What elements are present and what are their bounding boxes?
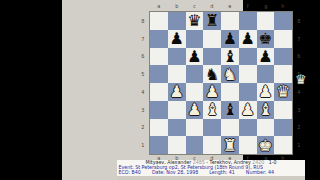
piece-black-bishop[interactable]: ♝ [223, 48, 237, 65]
piece-black-queen[interactable]: ♛ [187, 12, 201, 29]
rank-label-6: 6 [294, 48, 304, 66]
board-panel: abcdefgh 87654321 ♛♜♟♟♟♚♟♝♟♞♞♟♟♟♛♟♝♝♟♝♜♚… [62, 0, 243, 180]
details-line: ECO: B40 Date: Nov 28, 1998 Length: 41 N… [117, 170, 305, 175]
piece-black-rook[interactable]: ♜ [205, 12, 219, 29]
game-date: Date: Nov 28, 1998 [152, 170, 198, 175]
square-h4[interactable]: ♛ [274, 83, 292, 101]
square-h2[interactable] [274, 119, 292, 137]
rank-labels-left: 87654321 [138, 12, 148, 154]
piece-white-pawn[interactable]: ♟ [187, 101, 201, 118]
piece-white-bishop[interactable]: ♝ [258, 101, 272, 118]
square-h1[interactable] [274, 136, 292, 154]
square-e6[interactable]: ♝ [221, 48, 239, 66]
square-d2[interactable] [203, 119, 221, 137]
square-a6[interactable] [150, 48, 168, 66]
square-c8[interactable]: ♛ [186, 12, 204, 30]
game-number: Number: 44 [246, 170, 274, 175]
square-c6[interactable]: ♟ [186, 48, 204, 66]
square-a3[interactable] [150, 101, 168, 119]
piece-white-king[interactable]: ♚ [258, 137, 272, 154]
square-e3[interactable]: ♝ [221, 101, 239, 119]
file-label-b: b [168, 2, 186, 10]
square-g4[interactable]: ♟ [257, 83, 275, 101]
square-g5[interactable] [257, 65, 275, 83]
rank-label-2: 2 [138, 119, 148, 137]
piece-black-pawn[interactable]: ♟ [169, 30, 183, 47]
square-f2[interactable] [239, 119, 257, 137]
square-g1[interactable]: ♚ [257, 136, 275, 154]
file-label-a: a [150, 2, 168, 10]
square-d7[interactable] [203, 30, 221, 48]
file-label-e: e [221, 2, 239, 10]
chess-program-frame: abcdefgh 87654321 ♛♜♟♟♟♚♟♝♟♞♞♟♟♟♛♟♝♝♟♝♜♚… [0, 0, 320, 180]
square-h5[interactable] [274, 65, 292, 83]
piece-black-pawn[interactable]: ♟ [258, 48, 272, 65]
piece-black-pawn[interactable]: ♟ [223, 30, 237, 47]
piece-black-bishop[interactable]: ♝ [223, 101, 237, 118]
piece-white-pawn[interactable]: ♟ [240, 101, 254, 118]
square-a1[interactable] [150, 136, 168, 154]
dragged-white-queen-icon: ♛ [295, 73, 307, 87]
square-d4[interactable]: ♟ [203, 83, 221, 101]
file-label-d: d [203, 2, 221, 10]
piece-black-knight[interactable]: ♞ [205, 66, 219, 83]
rank-label-7: 7 [138, 30, 148, 48]
square-h7[interactable] [274, 30, 292, 48]
square-a2[interactable] [150, 119, 168, 137]
square-f5[interactable] [239, 65, 257, 83]
piece-white-bishop[interactable]: ♝ [205, 101, 219, 118]
square-a7[interactable] [150, 30, 168, 48]
square-f1[interactable] [239, 136, 257, 154]
square-c4[interactable] [186, 83, 204, 101]
eco-code: ECO: B40 [119, 170, 141, 175]
rank-label-5: 5 [138, 65, 148, 83]
piece-black-pawn[interactable]: ♟ [187, 48, 201, 65]
piece-white-knight[interactable]: ♞ [223, 66, 237, 83]
square-b4[interactable]: ♟ [168, 83, 186, 101]
piece-black-pawn[interactable]: ♟ [240, 30, 254, 47]
square-e5[interactable]: ♞ [221, 65, 239, 83]
piece-white-pawn[interactable]: ♟ [169, 83, 183, 100]
square-b2[interactable] [168, 119, 186, 137]
square-h3[interactable] [274, 101, 292, 119]
rank-label-8: 8 [138, 12, 148, 30]
file-label-g: g [257, 2, 275, 10]
file-label-h: h [274, 2, 292, 10]
square-a4[interactable] [150, 83, 168, 101]
rank-label-7: 7 [294, 30, 304, 48]
piece-white-pawn[interactable]: ♟ [205, 83, 219, 100]
rank-label-1: 1 [294, 136, 304, 154]
square-d6[interactable] [203, 48, 221, 66]
file-label-f: f [239, 2, 257, 10]
square-g7[interactable]: ♚ [257, 30, 275, 48]
square-g3[interactable]: ♝ [257, 101, 275, 119]
rank-label-3: 3 [294, 101, 304, 119]
square-c7[interactable] [186, 30, 204, 48]
square-f7[interactable]: ♟ [239, 30, 257, 48]
file-labels-top: abcdefgh [150, 2, 292, 10]
square-d8[interactable]: ♜ [203, 12, 221, 30]
square-f3[interactable]: ♟ [239, 101, 257, 119]
square-g6[interactable]: ♟ [257, 48, 275, 66]
square-e1[interactable]: ♜ [221, 136, 239, 154]
bottom-gray-strip [117, 176, 305, 180]
piece-white-rook[interactable]: ♜ [223, 137, 237, 154]
square-h8[interactable] [274, 12, 292, 30]
square-b5[interactable] [168, 65, 186, 83]
square-e8[interactable] [221, 12, 239, 30]
square-b7[interactable]: ♟ [168, 30, 186, 48]
rank-label-4: 4 [138, 83, 148, 101]
square-e7[interactable]: ♟ [221, 30, 239, 48]
piece-black-king[interactable]: ♚ [258, 30, 272, 47]
square-c2[interactable] [186, 119, 204, 137]
square-f4[interactable] [239, 83, 257, 101]
rank-label-6: 6 [138, 48, 148, 66]
square-b6[interactable] [168, 48, 186, 66]
square-e4[interactable] [221, 83, 239, 101]
rank-label-8: 8 [294, 12, 304, 30]
square-a8[interactable] [150, 12, 168, 30]
game-caption: Mityaev, Alexander 2485 - Terekhov, Andr… [117, 160, 305, 176]
square-g8[interactable] [257, 12, 275, 30]
piece-white-queen[interactable]: ♛ [276, 83, 290, 100]
square-d3[interactable]: ♝ [203, 101, 221, 119]
square-d1[interactable] [203, 136, 221, 154]
square-b3[interactable] [168, 101, 186, 119]
square-g2[interactable] [257, 119, 275, 137]
square-c3[interactable]: ♟ [186, 101, 204, 119]
square-b1[interactable] [168, 136, 186, 154]
rank-label-3: 3 [138, 101, 148, 119]
square-c1[interactable] [186, 136, 204, 154]
piece-white-pawn[interactable]: ♟ [258, 83, 272, 100]
square-f6[interactable] [239, 48, 257, 66]
square-c5[interactable] [186, 65, 204, 83]
square-h6[interactable] [274, 48, 292, 66]
rank-label-1: 1 [138, 136, 148, 154]
file-label-c: c [186, 2, 204, 10]
square-b8[interactable] [168, 12, 186, 30]
square-e2[interactable] [221, 119, 239, 137]
square-d5[interactable]: ♞ [203, 65, 221, 83]
square-a5[interactable] [150, 65, 168, 83]
square-f8[interactable] [239, 12, 257, 30]
game-length: Length: 41 [209, 170, 235, 175]
chess-board[interactable]: ♛♜♟♟♟♚♟♝♟♞♞♟♟♟♛♟♝♝♟♝♜♚ [149, 11, 293, 155]
rank-label-2: 2 [294, 119, 304, 137]
